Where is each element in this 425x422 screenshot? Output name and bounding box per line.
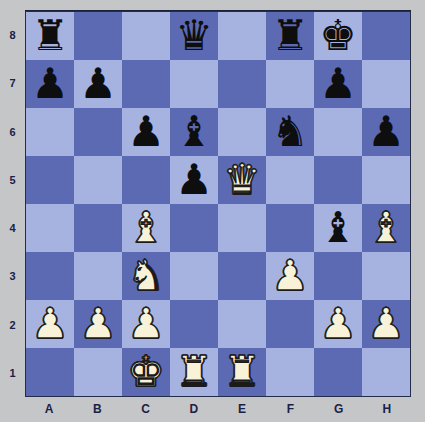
- square-d5[interactable]: ♟: [170, 156, 218, 204]
- square-b3[interactable]: [74, 252, 122, 300]
- piece-black-pawn[interactable]: ♟: [319, 63, 357, 105]
- rank-label-5: 5: [0, 156, 25, 204]
- piece-black-queen[interactable]: ♛: [175, 15, 213, 57]
- square-b1[interactable]: [74, 348, 122, 396]
- square-g5[interactable]: [314, 156, 362, 204]
- square-f4[interactable]: [266, 204, 314, 252]
- square-d8[interactable]: ♛: [170, 12, 218, 60]
- square-a6[interactable]: [26, 108, 74, 156]
- piece-white-bishop[interactable]: ♝: [127, 207, 165, 249]
- square-b4[interactable]: [74, 204, 122, 252]
- square-d3[interactable]: [170, 252, 218, 300]
- piece-white-pawn[interactable]: ♟: [31, 303, 69, 345]
- piece-black-king[interactable]: ♚: [319, 15, 357, 57]
- square-d2[interactable]: [170, 300, 218, 348]
- board: ♜♛♜♚♟♟♟♟♝♞♟♟♛♝♝♝♞♟♟♟♟♟♟♚♜♜: [25, 11, 411, 397]
- piece-white-pawn[interactable]: ♟: [367, 303, 405, 345]
- rank-label-8: 8: [0, 11, 25, 59]
- square-g7[interactable]: ♟: [314, 60, 362, 108]
- piece-white-rook[interactable]: ♜: [175, 351, 213, 393]
- rank-label-6: 6: [0, 108, 25, 156]
- square-e6[interactable]: [218, 108, 266, 156]
- square-b2[interactable]: ♟: [74, 300, 122, 348]
- piece-white-pawn[interactable]: ♟: [319, 303, 357, 345]
- square-e7[interactable]: [218, 60, 266, 108]
- piece-black-knight[interactable]: ♞: [271, 111, 309, 153]
- square-e8[interactable]: [218, 12, 266, 60]
- piece-black-pawn[interactable]: ♟: [127, 111, 165, 153]
- square-f5[interactable]: [266, 156, 314, 204]
- file-label-a: A: [25, 398, 73, 420]
- square-a8[interactable]: ♜: [26, 12, 74, 60]
- file-labels: ABCDEFGH: [25, 398, 411, 420]
- square-d1[interactable]: ♜: [170, 348, 218, 396]
- square-c1[interactable]: ♚: [122, 348, 170, 396]
- square-e3[interactable]: [218, 252, 266, 300]
- file-label-c: C: [122, 398, 170, 420]
- square-f2[interactable]: [266, 300, 314, 348]
- square-c5[interactable]: [122, 156, 170, 204]
- piece-black-pawn[interactable]: ♟: [367, 111, 405, 153]
- piece-black-pawn[interactable]: ♟: [31, 63, 69, 105]
- piece-white-pawn[interactable]: ♟: [127, 303, 165, 345]
- square-b8[interactable]: [74, 12, 122, 60]
- piece-white-knight[interactable]: ♞: [127, 255, 165, 297]
- square-f3[interactable]: ♟: [266, 252, 314, 300]
- square-d4[interactable]: [170, 204, 218, 252]
- piece-black-pawn[interactable]: ♟: [175, 159, 213, 201]
- square-a4[interactable]: [26, 204, 74, 252]
- rank-label-1: 1: [0, 349, 25, 397]
- square-f6[interactable]: ♞: [266, 108, 314, 156]
- file-label-d: D: [170, 398, 218, 420]
- square-a2[interactable]: ♟: [26, 300, 74, 348]
- square-h2[interactable]: ♟: [362, 300, 410, 348]
- square-g1[interactable]: [314, 348, 362, 396]
- square-d7[interactable]: [170, 60, 218, 108]
- rank-label-2: 2: [0, 301, 25, 349]
- rank-label-7: 7: [0, 59, 25, 107]
- square-d6[interactable]: ♝: [170, 108, 218, 156]
- square-c8[interactable]: [122, 12, 170, 60]
- file-label-h: H: [363, 398, 411, 420]
- square-g4[interactable]: ♝: [314, 204, 362, 252]
- rank-labels: 87654321: [0, 11, 25, 397]
- piece-black-bishop[interactable]: ♝: [319, 207, 357, 249]
- chess-diagram: 87654321 ♜♛♜♚♟♟♟♟♝♞♟♟♛♝♝♝♞♟♟♟♟♟♟♚♜♜ ABCD…: [0, 0, 425, 422]
- square-c7[interactable]: [122, 60, 170, 108]
- square-a5[interactable]: [26, 156, 74, 204]
- square-a3[interactable]: [26, 252, 74, 300]
- piece-white-pawn[interactable]: ♟: [271, 255, 309, 297]
- rank-label-3: 3: [0, 252, 25, 300]
- square-f7[interactable]: [266, 60, 314, 108]
- square-g2[interactable]: ♟: [314, 300, 362, 348]
- piece-white-bishop[interactable]: ♝: [367, 207, 405, 249]
- square-a1[interactable]: [26, 348, 74, 396]
- piece-white-queen[interactable]: ♛: [223, 159, 261, 201]
- square-a7[interactable]: ♟: [26, 60, 74, 108]
- square-e4[interactable]: [218, 204, 266, 252]
- square-h3[interactable]: [362, 252, 410, 300]
- piece-white-pawn[interactable]: ♟: [79, 303, 117, 345]
- square-h5[interactable]: [362, 156, 410, 204]
- piece-black-pawn[interactable]: ♟: [79, 63, 117, 105]
- square-h6[interactable]: ♟: [362, 108, 410, 156]
- square-e1[interactable]: ♜: [218, 348, 266, 396]
- square-c2[interactable]: ♟: [122, 300, 170, 348]
- square-h4[interactable]: ♝: [362, 204, 410, 252]
- piece-black-bishop[interactable]: ♝: [175, 111, 213, 153]
- rank-label-4: 4: [0, 204, 25, 252]
- square-h7[interactable]: [362, 60, 410, 108]
- square-b7[interactable]: ♟: [74, 60, 122, 108]
- piece-white-king[interactable]: ♚: [127, 351, 165, 393]
- square-g3[interactable]: [314, 252, 362, 300]
- square-h8[interactable]: [362, 12, 410, 60]
- square-f1[interactable]: [266, 348, 314, 396]
- square-c4[interactable]: ♝: [122, 204, 170, 252]
- piece-white-rook[interactable]: ♜: [223, 351, 261, 393]
- square-f8[interactable]: ♜: [266, 12, 314, 60]
- square-e2[interactable]: [218, 300, 266, 348]
- square-c6[interactable]: ♟: [122, 108, 170, 156]
- piece-black-rook[interactable]: ♜: [271, 15, 309, 57]
- piece-black-rook[interactable]: ♜: [31, 15, 69, 57]
- file-label-e: E: [218, 398, 266, 420]
- square-g8[interactable]: ♚: [314, 12, 362, 60]
- square-h1[interactable]: [362, 348, 410, 396]
- square-b5[interactable]: [74, 156, 122, 204]
- file-label-g: G: [315, 398, 363, 420]
- file-label-b: B: [73, 398, 121, 420]
- square-g6[interactable]: [314, 108, 362, 156]
- square-e5[interactable]: ♛: [218, 156, 266, 204]
- file-label-f: F: [266, 398, 314, 420]
- square-c3[interactable]: ♞: [122, 252, 170, 300]
- square-b6[interactable]: [74, 108, 122, 156]
